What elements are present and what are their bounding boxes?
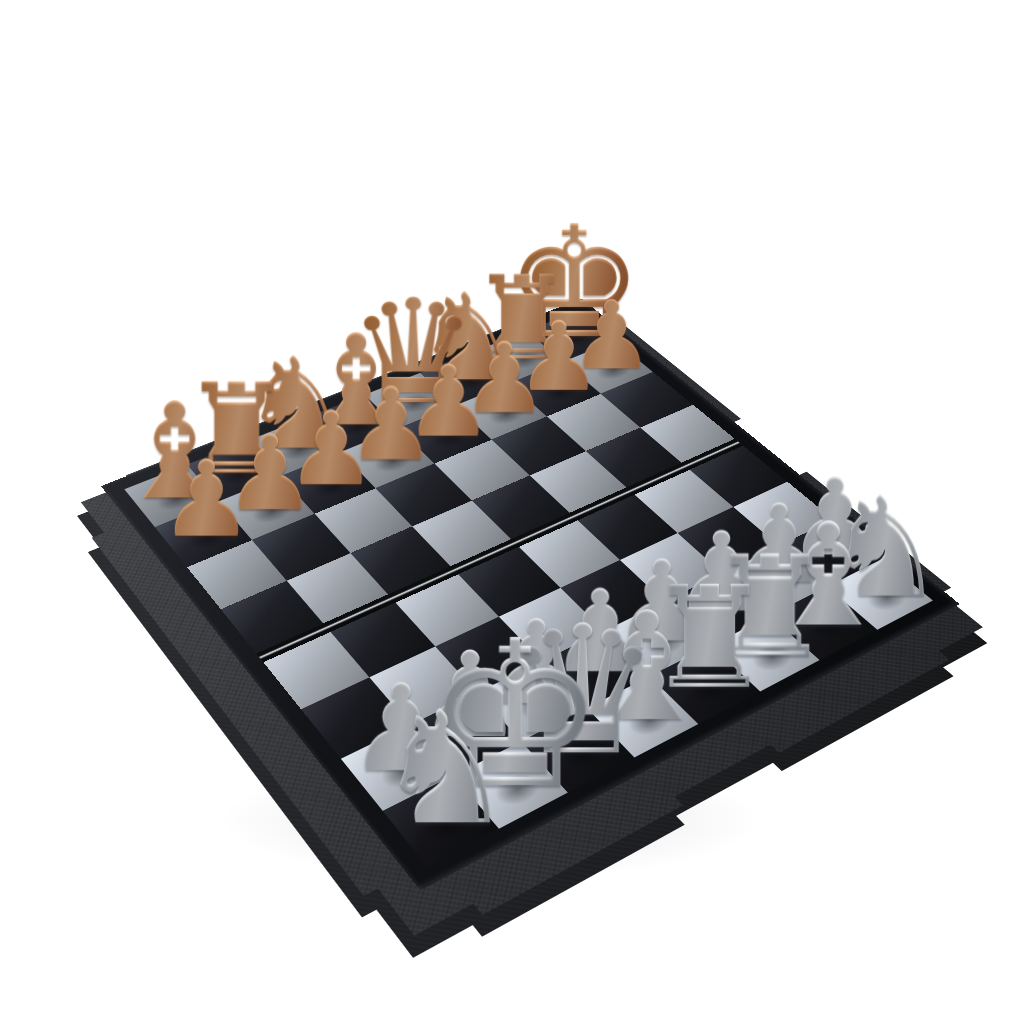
product-photo: ♝♜♞♝♛♞♜♚♟♟♟♟♟♟♟♟ ♟♟♟♟♟♟♟♟♞♚♛♝♜♜♝♞ xyxy=(0,0,1024,1024)
scene: ♝♜♞♝♛♞♜♚♟♟♟♟♟♟♟♟ ♟♟♟♟♟♟♟♟♞♚♛♝♜♜♝♞ xyxy=(0,0,1024,1024)
square-a7: ♟ xyxy=(155,501,252,567)
board-squares-area: ♝♜♞♝♛♞♜♚♟♟♟♟♟♟♟♟ ♟♟♟♟♟♟♟♟♞♚♛♝♜♜♝♞ xyxy=(124,311,933,867)
board-frame: ♝♜♞♝♛♞♜♚♟♟♟♟♟♟♟♟ ♟♟♟♟♟♟♟♟♞♚♛♝♜♜♝♞ xyxy=(101,299,960,891)
chess-board: ♝♜♞♝♛♞♜♚♟♟♟♟♟♟♟♟ ♟♟♟♟♟♟♟♟♞♚♛♝♜♜♝♞ xyxy=(101,299,960,891)
piece-a1-silver-knight: ♞ xyxy=(316,690,574,847)
square-a1: ♞ xyxy=(383,776,499,867)
piece-a7-gold-pawn: ♟ xyxy=(97,447,316,553)
